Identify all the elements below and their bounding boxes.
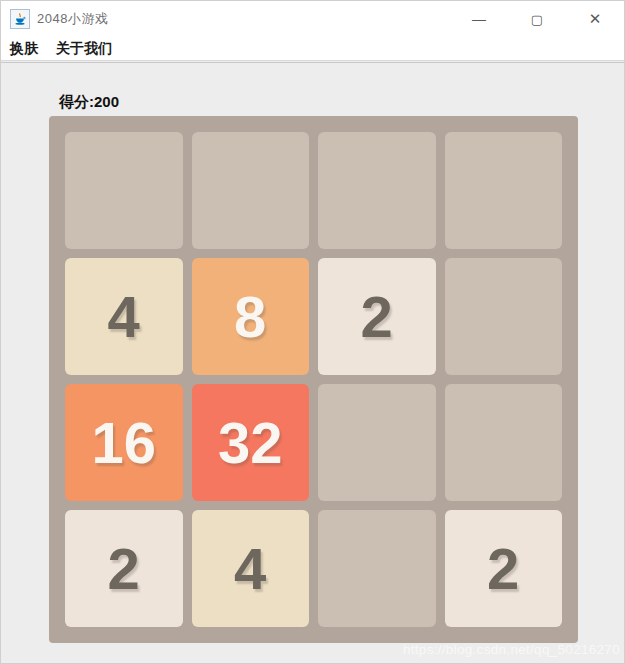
empty-cell [318, 510, 436, 627]
tile-4: 4 [192, 510, 310, 627]
tile-32: 32 [192, 384, 310, 501]
tile-8: 8 [192, 258, 310, 375]
maximize-button[interactable]: ▢ [508, 1, 566, 37]
watermark-text: https://blog.csdn.net/qq_50216270 [403, 642, 620, 657]
score-value: 200 [94, 93, 119, 110]
window-controls: — ▢ ✕ [450, 1, 624, 37]
game-panel: 得分:200 4821632242 https://blog.csdn.net/… [1, 62, 624, 664]
score-caption: 得分: [59, 93, 94, 110]
tile-2: 2 [318, 258, 436, 375]
minimize-button[interactable]: — [450, 1, 508, 37]
tile-4: 4 [65, 258, 183, 375]
tile-2: 2 [65, 510, 183, 627]
empty-cell [192, 132, 310, 249]
tile-2: 2 [445, 510, 563, 627]
empty-cell [318, 132, 436, 249]
empty-cell [65, 132, 183, 249]
java-coffee-cup-icon [13, 12, 27, 26]
menu-item-change-skin[interactable]: 换肤 [1, 37, 47, 60]
empty-cell [445, 258, 563, 375]
app-window: 2048小游戏 — ▢ ✕ 换肤 关于我们 得分:200 4821632242 … [0, 0, 625, 664]
board[interactable]: 4821632242 [49, 116, 578, 643]
close-button[interactable]: ✕ [566, 1, 624, 37]
menu-item-about-us[interactable]: 关于我们 [47, 37, 121, 60]
title-bar: 2048小游戏 — ▢ ✕ [1, 1, 624, 37]
empty-cell [445, 384, 563, 501]
java-coffee-cup-icon [10, 9, 30, 29]
empty-cell [318, 384, 436, 501]
score-label: 得分:200 [59, 93, 119, 112]
empty-cell [445, 132, 563, 249]
window-title: 2048小游戏 [37, 10, 108, 28]
tile-16: 16 [65, 384, 183, 501]
menu-bar: 换肤 关于我们 [1, 37, 624, 61]
